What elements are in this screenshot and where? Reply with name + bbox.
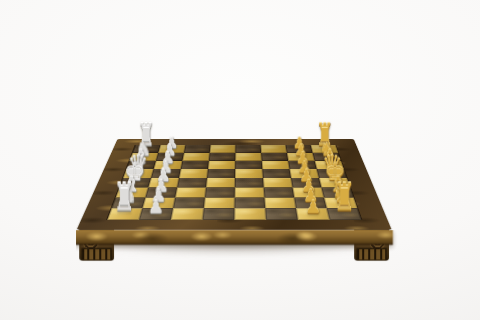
- piece-gold-rook: ♜: [334, 178, 355, 216]
- square-g6: [264, 198, 296, 209]
- square-b7: [287, 153, 315, 161]
- square-d5: [235, 169, 263, 178]
- square-h4: [203, 208, 235, 219]
- square-a4: [210, 145, 236, 153]
- square-f5: [235, 187, 265, 197]
- square-a7: [286, 145, 313, 153]
- piece-silver-pawn: ♟: [148, 198, 164, 216]
- square-e6: [263, 178, 293, 187]
- square-a1: [133, 145, 161, 153]
- piece-gold-pawn: ♟: [305, 198, 321, 216]
- square-f6: [264, 187, 295, 197]
- square-d4: [207, 169, 235, 178]
- column-ridges-icon: [356, 248, 386, 260]
- square-g5: [235, 198, 266, 209]
- square-h5: [234, 208, 266, 219]
- square-e4: [206, 178, 235, 187]
- square-b2: [156, 153, 184, 161]
- square-c4: [208, 161, 235, 169]
- square-b6: [261, 153, 288, 161]
- square-e3: [177, 178, 207, 187]
- square-a6: [261, 145, 287, 153]
- square-c3: [181, 161, 209, 169]
- square-h3: [171, 208, 204, 219]
- square-d6: [262, 169, 291, 178]
- piece-silver-rook: ♜: [114, 178, 135, 216]
- square-b3: [182, 153, 209, 161]
- square-a3: [184, 145, 211, 153]
- square-b5: [235, 153, 261, 161]
- square-g4: [204, 198, 235, 209]
- square-a5: [235, 145, 261, 153]
- square-c6: [262, 161, 290, 169]
- square-h6: [265, 208, 298, 219]
- square-b4: [209, 153, 236, 161]
- chess-board: ♜♟♟♜♞♟♟♞♝♟♟♝♛♟♟♛♚♟♟♚♝♟♟♝♞♟♟♞♜♟♟♜: [77, 139, 392, 229]
- square-a2: [158, 145, 185, 153]
- square-a8: [311, 145, 339, 153]
- column-ridges-icon: [82, 248, 112, 260]
- board-front-edge: [76, 230, 393, 245]
- square-f4: [205, 187, 235, 197]
- square-f3: [175, 187, 206, 197]
- scene: ♜♟♟♜♞♟♟♞♝♟♟♝♛♟♟♛♚♟♟♚♝♟♟♝♞♟♟♞♜♟♟♜: [0, 0, 480, 320]
- square-e5: [235, 178, 264, 187]
- square-c5: [235, 161, 262, 169]
- square-g3: [173, 198, 205, 209]
- square-d3: [179, 169, 208, 178]
- photo-background: ♜♟♟♜♞♟♟♞♝♟♟♝♛♟♟♛♚♟♟♚♝♟♟♝♞♟♟♞♜♟♟♜: [0, 0, 480, 320]
